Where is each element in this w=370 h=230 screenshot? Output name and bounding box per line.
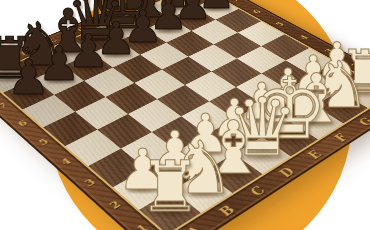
piece-black-pawn-a7[interactable]: ♟ <box>7 53 51 102</box>
piece-white-rook-a1[interactable]: ♜ <box>138 152 201 222</box>
chess-product-photo: AA11BB22CC33DD44EE55FF66GG77HH88 ♜♞♝♛♚♝♞… <box>0 0 370 230</box>
chess-pieces-layer: ♜♞♝♛♚♝♞♜♟♟♟♟♟♟♟♟♟♟♟♟♟♟♟♟♜♞♝♛♚♝♞♜ <box>0 0 370 230</box>
